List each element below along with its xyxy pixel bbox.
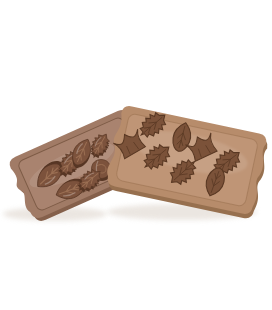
- product-photo: [0, 0, 272, 310]
